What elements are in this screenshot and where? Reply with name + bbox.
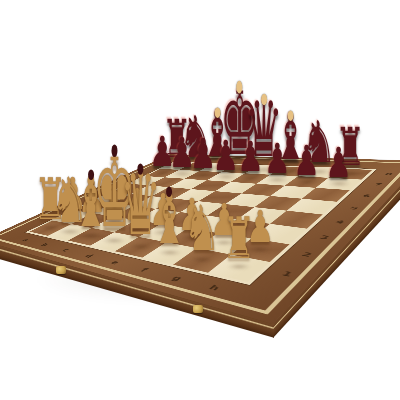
finial-dot: [111, 146, 117, 159]
finial-dot: [237, 81, 243, 94]
black-pawn[interactable]: ♟: [293, 140, 320, 182]
finial-dot: [287, 110, 293, 121]
chess-set-photo: abcdefgh12345678 ♜♞♝♚♛♝♞♜♟♟♟♟♟♟♟♟♟♟♟♟♟♟♟…: [0, 0, 400, 400]
black-pawn[interactable]: ♟: [237, 137, 264, 179]
black-pawn[interactable]: ♟: [325, 142, 352, 184]
white-bishop[interactable]: ♝: [152, 183, 188, 253]
white-rook[interactable]: ♜: [222, 210, 255, 267]
finial-dot: [138, 164, 144, 175]
pieces-layer: ♜♞♝♚♛♝♞♜♟♟♟♟♟♟♟♟♟♟♟♟♟♟♟♟♜♞♝♚♛♝♞♜: [0, 0, 400, 400]
white-knight[interactable]: ♞: [183, 197, 221, 260]
black-pawn[interactable]: ♟: [212, 135, 239, 177]
black-pawn[interactable]: ♟: [264, 138, 291, 180]
finial-dot: [167, 186, 173, 197]
finial-dot: [261, 94, 267, 105]
